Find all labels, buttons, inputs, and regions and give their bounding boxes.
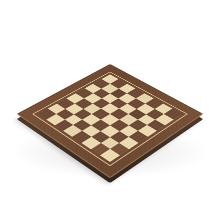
chessboard <box>44 48 176 180</box>
board-frame <box>17 64 204 178</box>
photo-background <box>0 0 220 220</box>
maple-inlay-border <box>32 72 188 167</box>
